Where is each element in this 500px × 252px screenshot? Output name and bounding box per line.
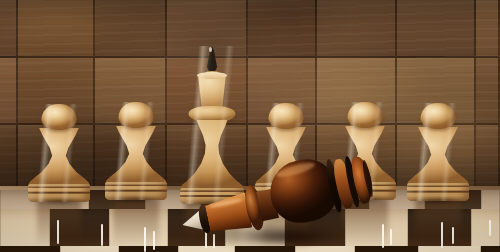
photo-vignette bbox=[0, 0, 500, 252]
chess-scene-photo bbox=[0, 0, 500, 252]
